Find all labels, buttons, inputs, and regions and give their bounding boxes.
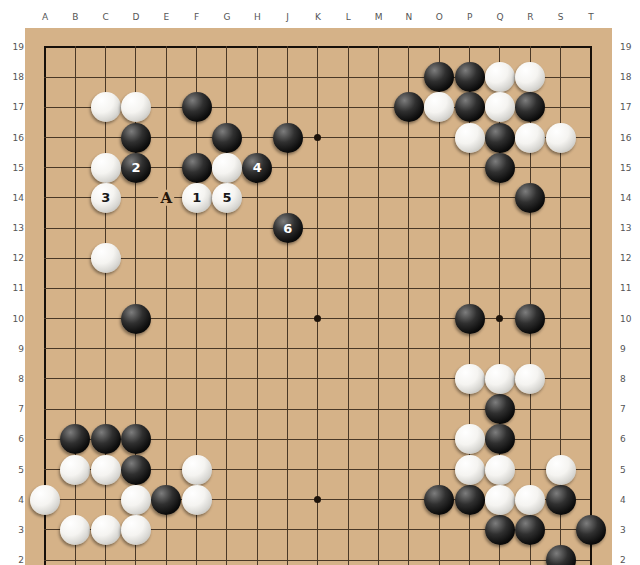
grid-line-vertical (378, 46, 379, 565)
move-number-1: 1 (192, 191, 201, 204)
row-label-16-right: 16 (620, 133, 638, 143)
grid-line-vertical (317, 46, 318, 565)
row-label-14-left: 14 (6, 193, 24, 203)
stone-black-R3[interactable] (515, 515, 545, 545)
row-label-9-left: 9 (6, 344, 24, 354)
move-number-2: 2 (131, 161, 140, 174)
move-number-6: 6 (283, 222, 292, 235)
stone-white-Q4[interactable] (485, 485, 515, 515)
stone-black-Q16[interactable] (485, 123, 515, 153)
stone-black-P10[interactable] (455, 304, 485, 334)
grid-line-vertical (257, 46, 258, 565)
stone-black-P17[interactable] (455, 92, 485, 122)
row-label-2-right: 2 (620, 555, 638, 565)
stone-white-C12[interactable] (91, 243, 121, 273)
stone-white-D3[interactable] (121, 515, 151, 545)
col-label-N: N (399, 12, 419, 22)
stone-black-D10[interactable] (121, 304, 151, 334)
stone-black-G16[interactable] (212, 123, 242, 153)
row-label-18-right: 18 (620, 72, 638, 82)
stone-white-B3[interactable] (60, 515, 90, 545)
row-label-12-left: 12 (6, 253, 24, 263)
row-label-17-right: 17 (620, 102, 638, 112)
stone-black-R14[interactable] (515, 183, 545, 213)
stone-black-S4[interactable] (546, 485, 576, 515)
col-label-F: F (187, 12, 207, 22)
row-label-5-right: 5 (620, 465, 638, 475)
col-label-T: T (581, 12, 601, 22)
col-label-P: P (460, 12, 480, 22)
row-label-7-right: 7 (620, 404, 638, 414)
stone-black-D16[interactable] (121, 123, 151, 153)
row-label-15-left: 15 (6, 163, 24, 173)
col-label-E: E (156, 12, 176, 22)
col-label-G: G (217, 12, 237, 22)
grid-line-vertical (408, 46, 409, 565)
row-label-3-left: 3 (6, 525, 24, 535)
stone-black-T3[interactable] (576, 515, 606, 545)
stone-white-F14[interactable]: 1 (182, 183, 212, 213)
stone-white-P6[interactable] (455, 424, 485, 454)
col-label-H: H (247, 12, 267, 22)
stone-black-S2[interactable] (546, 545, 576, 565)
stone-black-R10[interactable] (515, 304, 545, 334)
col-label-L: L (338, 12, 358, 22)
stone-black-D5[interactable] (121, 455, 151, 485)
col-label-K: K (308, 12, 328, 22)
stone-black-Q3[interactable] (485, 515, 515, 545)
move-number-4: 4 (253, 161, 262, 174)
col-label-B: B (65, 12, 85, 22)
row-label-16-left: 16 (6, 133, 24, 143)
stone-black-D15[interactable]: 2 (121, 153, 151, 183)
row-label-19-right: 19 (620, 42, 638, 52)
stone-white-C14[interactable]: 3 (91, 183, 121, 213)
stone-white-Q5[interactable] (485, 455, 515, 485)
col-label-A: A (35, 12, 55, 22)
stone-white-B5[interactable] (60, 455, 90, 485)
col-label-S: S (551, 12, 571, 22)
stone-white-Q18[interactable] (485, 62, 515, 92)
stone-white-R4[interactable] (515, 485, 545, 515)
stone-black-E4[interactable] (151, 485, 181, 515)
stone-white-S5[interactable] (546, 455, 576, 485)
grid-line-vertical (105, 46, 106, 565)
stone-white-C3[interactable] (91, 515, 121, 545)
stone-black-Q15[interactable] (485, 153, 515, 183)
row-label-4-left: 4 (6, 495, 24, 505)
col-label-D: D (126, 12, 146, 22)
row-label-18-left: 18 (6, 72, 24, 82)
annotation-A-E14: A (159, 190, 175, 207)
stone-black-P18[interactable] (455, 62, 485, 92)
row-label-14-right: 14 (620, 193, 638, 203)
row-label-8-right: 8 (620, 374, 638, 384)
move-number-3: 3 (101, 191, 110, 204)
row-label-9-right: 9 (620, 344, 638, 354)
stone-white-P16[interactable] (455, 123, 485, 153)
stone-black-F17[interactable] (182, 92, 212, 122)
row-label-3-right: 3 (620, 525, 638, 535)
move-number-5: 5 (222, 191, 231, 204)
stone-white-R16[interactable] (515, 123, 545, 153)
stone-white-P5[interactable] (455, 455, 485, 485)
col-label-R: R (520, 12, 540, 22)
stone-black-C6[interactable] (91, 424, 121, 454)
col-label-J: J (278, 12, 298, 22)
col-label-M: M (369, 12, 389, 22)
stone-white-D4[interactable] (121, 485, 151, 515)
stone-black-J16[interactable] (273, 123, 303, 153)
grid-line-horizontal (44, 560, 592, 561)
col-label-Q: Q (490, 12, 510, 22)
row-label-17-left: 17 (6, 102, 24, 112)
stone-black-Q7[interactable] (485, 394, 515, 424)
stone-black-H15[interactable]: 4 (242, 153, 272, 183)
stone-white-G15[interactable] (212, 153, 242, 183)
row-label-11-left: 11 (6, 283, 24, 293)
stone-white-F4[interactable] (182, 485, 212, 515)
row-label-4-right: 4 (620, 495, 638, 505)
row-label-2-left: 2 (6, 555, 24, 565)
grid-line-vertical (348, 46, 349, 565)
grid-line-horizontal (44, 348, 592, 349)
row-label-15-right: 15 (620, 163, 638, 173)
stone-white-P8[interactable] (455, 364, 485, 394)
stone-black-O4[interactable] (424, 485, 454, 515)
stone-black-P4[interactable] (455, 485, 485, 515)
row-label-10-right: 10 (620, 314, 638, 324)
grid-line-vertical (590, 46, 592, 565)
grid-line-vertical (75, 46, 76, 565)
row-label-19-left: 19 (6, 42, 24, 52)
stone-white-G14[interactable]: 5 (212, 183, 242, 213)
row-label-5-left: 5 (6, 465, 24, 475)
row-label-12-right: 12 (620, 253, 638, 263)
col-label-O: O (429, 12, 449, 22)
stone-white-A4[interactable] (30, 485, 60, 515)
stone-white-C5[interactable] (91, 455, 121, 485)
row-label-6-right: 6 (620, 434, 638, 444)
stone-white-S16[interactable] (546, 123, 576, 153)
row-label-8-left: 8 (6, 374, 24, 384)
row-label-7-left: 7 (6, 404, 24, 414)
row-label-10-left: 10 (6, 314, 24, 324)
stone-white-C17[interactable] (91, 92, 121, 122)
row-label-13-left: 13 (6, 223, 24, 233)
stone-white-C15[interactable] (91, 153, 121, 183)
row-label-13-right: 13 (620, 223, 638, 233)
stone-white-F5[interactable] (182, 455, 212, 485)
row-label-11-right: 11 (620, 283, 638, 293)
stone-black-J13[interactable]: 6 (273, 213, 303, 243)
stone-white-Q8[interactable] (485, 364, 515, 394)
col-label-C: C (96, 12, 116, 22)
row-label-6-left: 6 (6, 434, 24, 444)
stone-black-F15[interactable] (182, 153, 212, 183)
